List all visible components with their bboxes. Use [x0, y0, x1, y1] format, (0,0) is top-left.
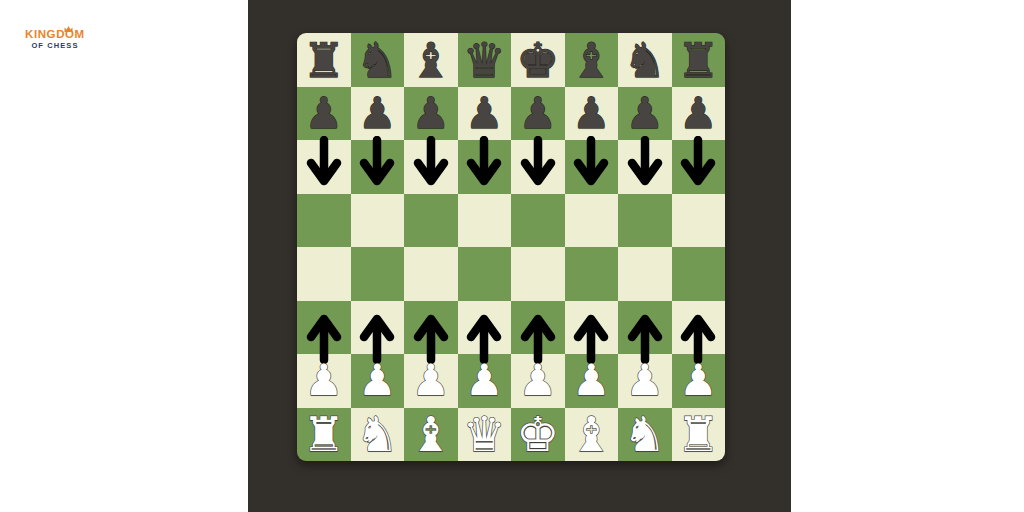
square-e7: ♟ [511, 87, 565, 141]
piece-black-bishop-c8: ♝ [409, 36, 452, 84]
square-a8: ♜ [297, 33, 351, 87]
square-c6 [404, 140, 458, 194]
square-h7: ♟ [672, 87, 726, 141]
square-d8: ♛ [458, 33, 512, 87]
piece-black-knight-g8: ♞ [623, 36, 666, 84]
piece-white-bishop-f1: ♝ [570, 410, 613, 458]
square-a7: ♟ [297, 87, 351, 141]
piece-black-bishop-f8: ♝ [570, 36, 613, 84]
square-d3 [458, 301, 512, 355]
square-f2: ♟ [565, 354, 619, 408]
square-h2: ♟ [672, 354, 726, 408]
square-g2: ♟ [618, 354, 672, 408]
square-e6 [511, 140, 565, 194]
square-a5 [297, 194, 351, 248]
square-d4 [458, 247, 512, 301]
piece-black-pawn-b7: ♟ [358, 92, 397, 135]
square-c4 [404, 247, 458, 301]
square-c1: ♝ [404, 408, 458, 462]
square-f3 [565, 301, 619, 355]
square-e4 [511, 247, 565, 301]
piece-black-queen-d8: ♛ [463, 36, 506, 84]
square-e3 [511, 301, 565, 355]
square-f1: ♝ [565, 408, 619, 462]
logo-title: KINGDOM [25, 29, 85, 40]
square-b5 [351, 194, 405, 248]
square-g8: ♞ [618, 33, 672, 87]
square-f6 [565, 140, 619, 194]
square-a2: ♟ [297, 354, 351, 408]
crown-icon [64, 23, 73, 34]
square-f4 [565, 247, 619, 301]
piece-white-pawn-a2: ♟ [304, 359, 343, 402]
square-b4 [351, 247, 405, 301]
square-c3 [404, 301, 458, 355]
square-f7: ♟ [565, 87, 619, 141]
square-e5 [511, 194, 565, 248]
square-g3 [618, 301, 672, 355]
square-f5 [565, 194, 619, 248]
logo-subtitle: OF CHESS [25, 42, 85, 50]
square-a4 [297, 247, 351, 301]
square-g1: ♞ [618, 408, 672, 462]
square-d1: ♛ [458, 408, 512, 462]
square-d5 [458, 194, 512, 248]
square-c2: ♟ [404, 354, 458, 408]
square-e8: ♚ [511, 33, 565, 87]
square-b6 [351, 140, 405, 194]
square-b2: ♟ [351, 354, 405, 408]
square-g5 [618, 194, 672, 248]
square-d6 [458, 140, 512, 194]
board-panel: ♜♞♝♛♚♝♞♜♟♟♟♟♟♟♟♟♟♟♟♟♟♟♟♟♜♞♝♛♚♝♞♜ [248, 0, 791, 512]
square-h4 [672, 247, 726, 301]
piece-black-rook-a8: ♜ [302, 36, 345, 84]
square-a6 [297, 140, 351, 194]
square-b8: ♞ [351, 33, 405, 87]
piece-black-pawn-d7: ♟ [465, 92, 504, 135]
piece-white-pawn-h2: ♟ [679, 359, 718, 402]
square-b7: ♟ [351, 87, 405, 141]
piece-black-pawn-f7: ♟ [572, 92, 611, 135]
square-f8: ♝ [565, 33, 619, 87]
square-h5 [672, 194, 726, 248]
square-d7: ♟ [458, 87, 512, 141]
piece-black-rook-h8: ♜ [677, 36, 720, 84]
square-g4 [618, 247, 672, 301]
piece-white-knight-g1: ♞ [623, 410, 666, 458]
piece-black-pawn-a7: ♟ [304, 92, 343, 135]
piece-white-knight-b1: ♞ [356, 410, 399, 458]
piece-black-pawn-e7: ♟ [518, 92, 557, 135]
square-c8: ♝ [404, 33, 458, 87]
piece-black-pawn-g7: ♟ [625, 92, 664, 135]
square-d2: ♟ [458, 354, 512, 408]
kingdom-of-chess-logo: KINGDOM OF CHESS [25, 29, 85, 50]
chess-board: ♜♞♝♛♚♝♞♜♟♟♟♟♟♟♟♟♟♟♟♟♟♟♟♟♜♞♝♛♚♝♞♜ [297, 33, 725, 461]
square-a1: ♜ [297, 408, 351, 462]
piece-white-pawn-g2: ♟ [625, 359, 664, 402]
square-c5 [404, 194, 458, 248]
square-e1: ♚ [511, 408, 565, 462]
square-h8: ♜ [672, 33, 726, 87]
piece-white-queen-d1: ♛ [463, 410, 506, 458]
logo-title-text: KINGDOM [25, 28, 85, 40]
piece-white-pawn-e2: ♟ [518, 359, 557, 402]
piece-white-pawn-c2: ♟ [411, 359, 450, 402]
square-h3 [672, 301, 726, 355]
piece-black-king-e8: ♚ [516, 36, 559, 84]
piece-black-knight-b8: ♞ [356, 36, 399, 84]
piece-white-pawn-f2: ♟ [572, 359, 611, 402]
piece-white-pawn-d2: ♟ [465, 359, 504, 402]
piece-white-rook-h1: ♜ [677, 410, 720, 458]
square-h1: ♜ [672, 408, 726, 462]
piece-black-pawn-h7: ♟ [679, 92, 718, 135]
piece-black-pawn-c7: ♟ [411, 92, 450, 135]
square-h6 [672, 140, 726, 194]
piece-white-king-e1: ♚ [516, 410, 559, 458]
square-g7: ♟ [618, 87, 672, 141]
square-b3 [351, 301, 405, 355]
piece-white-bishop-c1: ♝ [409, 410, 452, 458]
page: { "logo": { "line1": "KINGDOM", "line2":… [0, 0, 1024, 512]
piece-white-rook-a1: ♜ [302, 410, 345, 458]
square-c7: ♟ [404, 87, 458, 141]
square-e2: ♟ [511, 354, 565, 408]
square-g6 [618, 140, 672, 194]
piece-white-pawn-b2: ♟ [358, 359, 397, 402]
square-a3 [297, 301, 351, 355]
square-b1: ♞ [351, 408, 405, 462]
